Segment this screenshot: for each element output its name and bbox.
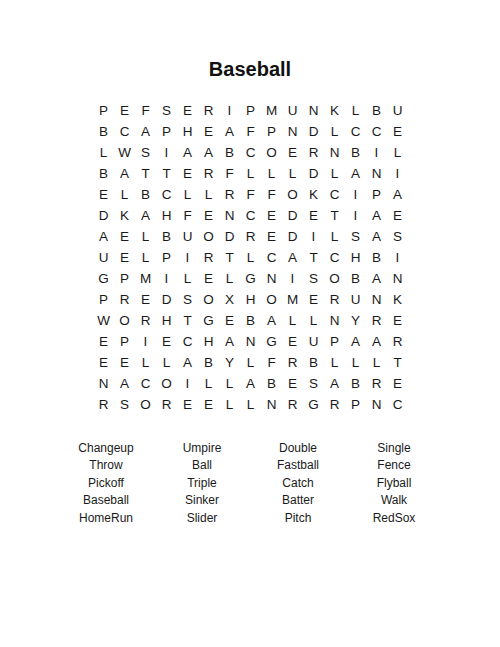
word-umpire: Umpire <box>154 439 250 457</box>
grid-cell-r2c15: E <box>387 121 408 142</box>
grid-cell-r11c10: L <box>282 310 303 331</box>
word-fence: Fence <box>346 457 442 475</box>
word-catch: Catch <box>250 474 346 492</box>
grid-cell-r8c8: L <box>240 247 261 268</box>
grid-cell-r11c5: T <box>177 310 198 331</box>
grid-cell-r12c8: N <box>240 331 261 352</box>
grid-cell-r11c6: G <box>198 310 219 331</box>
grid-cell-r8c4: P <box>156 247 177 268</box>
grid-cell-r1c8: P <box>240 100 261 121</box>
grid-cell-r4c5: E <box>177 163 198 184</box>
grid-cell-r9c13: B <box>345 268 366 289</box>
grid-cell-r10c9: O <box>261 289 282 310</box>
grid-cell-r11c1: W <box>93 310 114 331</box>
word-pickoff: Pickoff <box>58 474 154 492</box>
grid-cell-r15c14: N <box>366 394 387 415</box>
letter-grid: PEFSERIPMUNKLBUBCAPHEAFPNDLCCELWSIAABCOE… <box>93 100 408 415</box>
grid-cell-r12c4: E <box>156 331 177 352</box>
grid-cell-r12c5: C <box>177 331 198 352</box>
grid-cell-r6c13: I <box>345 205 366 226</box>
grid-cell-r1c7: I <box>219 100 240 121</box>
grid-cell-r12c6: H <box>198 331 219 352</box>
grid-cell-r14c7: L <box>219 373 240 394</box>
word-ball: Ball <box>154 457 250 475</box>
grid-cell-r8c5: I <box>177 247 198 268</box>
grid-cell-r10c15: K <box>387 289 408 310</box>
grid-cell-r10c1: P <box>93 289 114 310</box>
grid-cell-r8c9: C <box>261 247 282 268</box>
grid-cell-r13c13: L <box>345 352 366 373</box>
grid-cell-r4c6: R <box>198 163 219 184</box>
grid-cell-r12c15: R <box>387 331 408 352</box>
grid-cell-r1c4: S <box>156 100 177 121</box>
grid-cell-r6c8: C <box>240 205 261 226</box>
grid-cell-r7c14: A <box>366 226 387 247</box>
grid-cell-r11c8: B <box>240 310 261 331</box>
grid-cell-r5c4: C <box>156 184 177 205</box>
grid-cell-r7c13: S <box>345 226 366 247</box>
grid-cell-r10c12: R <box>324 289 345 310</box>
grid-cell-r7c5: U <box>177 226 198 247</box>
grid-cell-r8c11: T <box>303 247 324 268</box>
grid-cell-r9c15: N <box>387 268 408 289</box>
grid-cell-r12c1: E <box>93 331 114 352</box>
grid-cell-r11c3: R <box>135 310 156 331</box>
word-batter: Batter <box>250 492 346 510</box>
grid-cell-r8c14: B <box>366 247 387 268</box>
grid-cell-r13c7: Y <box>219 352 240 373</box>
grid-cell-r15c4: R <box>156 394 177 415</box>
grid-cell-r14c2: A <box>114 373 135 394</box>
grid-cell-r3c12: N <box>324 142 345 163</box>
grid-cell-r9c10: I <box>282 268 303 289</box>
grid-cell-r14c12: A <box>324 373 345 394</box>
grid-cell-r6c12: T <box>324 205 345 226</box>
grid-cell-r1c10: U <box>282 100 303 121</box>
grid-cell-r4c9: L <box>261 163 282 184</box>
word-baseball: Baseball <box>58 492 154 510</box>
grid-cell-r15c8: L <box>240 394 261 415</box>
grid-cell-r9c9: N <box>261 268 282 289</box>
grid-cell-r5c10: O <box>282 184 303 205</box>
word-slider: Slider <box>154 509 250 527</box>
grid-cell-r8c15: I <box>387 247 408 268</box>
grid-cell-r14c10: E <box>282 373 303 394</box>
grid-cell-r13c3: L <box>135 352 156 373</box>
grid-cell-r13c11: B <box>303 352 324 373</box>
grid-cell-r10c13: U <box>345 289 366 310</box>
grid-cell-r7c6: O <box>198 226 219 247</box>
grid-cell-r13c14: L <box>366 352 387 373</box>
grid-cell-r13c8: L <box>240 352 261 373</box>
grid-cell-r3c1: L <box>93 142 114 163</box>
grid-cell-r13c5: A <box>177 352 198 373</box>
grid-cell-r13c4: L <box>156 352 177 373</box>
grid-cell-r7c3: L <box>135 226 156 247</box>
grid-cell-r5c15: A <box>387 184 408 205</box>
grid-cell-r10c5: S <box>177 289 198 310</box>
grid-cell-r15c1: R <box>93 394 114 415</box>
grid-cell-r7c2: E <box>114 226 135 247</box>
grid-cell-r4c3: T <box>135 163 156 184</box>
grid-cell-r9c14: A <box>366 268 387 289</box>
grid-cell-r10c11: E <box>303 289 324 310</box>
grid-cell-r15c10: R <box>282 394 303 415</box>
grid-cell-r7c10: D <box>282 226 303 247</box>
grid-cell-r3c10: E <box>282 142 303 163</box>
grid-cell-r4c14: N <box>366 163 387 184</box>
grid-cell-r2c14: C <box>366 121 387 142</box>
word-changeup: Changeup <box>58 439 154 457</box>
grid-cell-r10c3: E <box>135 289 156 310</box>
grid-cell-r3c2: W <box>114 142 135 163</box>
grid-cell-r6c6: E <box>198 205 219 226</box>
grid-cell-r4c11: D <box>303 163 324 184</box>
grid-cell-r9c7: L <box>219 268 240 289</box>
grid-cell-r8c1: U <box>93 247 114 268</box>
grid-cell-r2c9: P <box>261 121 282 142</box>
grid-cell-r7c4: B <box>156 226 177 247</box>
grid-cell-r1c15: U <box>387 100 408 121</box>
grid-cell-r10c4: D <box>156 289 177 310</box>
grid-cell-r5c5: L <box>177 184 198 205</box>
grid-cell-r12c14: A <box>366 331 387 352</box>
grid-cell-r2c5: H <box>177 121 198 142</box>
grid-cell-r12c2: P <box>114 331 135 352</box>
grid-cell-r6c3: A <box>135 205 156 226</box>
grid-cell-r9c3: M <box>135 268 156 289</box>
word-pitch: Pitch <box>250 509 346 527</box>
grid-cell-r1c5: E <box>177 100 198 121</box>
grid-cell-r15c12: R <box>324 394 345 415</box>
grid-cell-r11c2: O <box>114 310 135 331</box>
grid-cell-r14c1: N <box>93 373 114 394</box>
grid-cell-r15c13: P <box>345 394 366 415</box>
grid-cell-r5c8: F <box>240 184 261 205</box>
word-double: Double <box>250 439 346 457</box>
grid-cell-r2c6: E <box>198 121 219 142</box>
grid-cell-r5c14: P <box>366 184 387 205</box>
grid-cell-r3c9: O <box>261 142 282 163</box>
grid-cell-r1c14: B <box>366 100 387 121</box>
grid-cell-r9c5: L <box>177 268 198 289</box>
grid-cell-r9c2: P <box>114 268 135 289</box>
grid-cell-r14c6: L <box>198 373 219 394</box>
grid-cell-r13c10: R <box>282 352 303 373</box>
grid-cell-r9c6: E <box>198 268 219 289</box>
grid-cell-r14c8: A <box>240 373 261 394</box>
grid-cell-r6c11: E <box>303 205 324 226</box>
grid-cell-r7c9: E <box>261 226 282 247</box>
word-fastball: Fastball <box>250 457 346 475</box>
grid-cell-r8c6: R <box>198 247 219 268</box>
grid-cell-r10c2: R <box>114 289 135 310</box>
grid-cell-r2c8: F <box>240 121 261 142</box>
grid-cell-r2c12: L <box>324 121 345 142</box>
grid-cell-r9c1: G <box>93 268 114 289</box>
grid-cell-r6c14: A <box>366 205 387 226</box>
grid-cell-r6c15: E <box>387 205 408 226</box>
grid-cell-r11c9: A <box>261 310 282 331</box>
grid-cell-r6c1: D <box>93 205 114 226</box>
grid-cell-r1c2: E <box>114 100 135 121</box>
grid-cell-r5c3: B <box>135 184 156 205</box>
grid-cell-r7c11: I <box>303 226 324 247</box>
grid-cell-r1c9: M <box>261 100 282 121</box>
grid-cell-r7c15: S <box>387 226 408 247</box>
grid-cell-r7c8: R <box>240 226 261 247</box>
word-redsox: RedSox <box>346 509 442 527</box>
grid-cell-r3c6: A <box>198 142 219 163</box>
grid-cell-r4c2: A <box>114 163 135 184</box>
word-single: Single <box>346 439 442 457</box>
grid-cell-r15c15: C <box>387 394 408 415</box>
grid-cell-r13c2: E <box>114 352 135 373</box>
grid-cell-r13c12: L <box>324 352 345 373</box>
grid-cell-r13c15: T <box>387 352 408 373</box>
grid-cell-r13c9: F <box>261 352 282 373</box>
grid-cell-r2c7: A <box>219 121 240 142</box>
grid-cell-r6c9: E <box>261 205 282 226</box>
grid-cell-r10c6: O <box>198 289 219 310</box>
grid-cell-r3c4: I <box>156 142 177 163</box>
grid-cell-r2c2: C <box>114 121 135 142</box>
grid-cell-r9c4: I <box>156 268 177 289</box>
puzzle-title: Baseball <box>0 58 500 81</box>
grid-cell-r3c5: A <box>177 142 198 163</box>
word-walk: Walk <box>346 492 442 510</box>
grid-cell-r15c6: E <box>198 394 219 415</box>
grid-cell-r2c1: B <box>93 121 114 142</box>
grid-cell-r14c3: C <box>135 373 156 394</box>
grid-cell-r4c4: T <box>156 163 177 184</box>
grid-cell-r2c11: D <box>303 121 324 142</box>
grid-cell-r5c13: I <box>345 184 366 205</box>
grid-cell-r12c3: I <box>135 331 156 352</box>
grid-cell-r14c11: S <box>303 373 324 394</box>
word-homerun: HomeRun <box>58 509 154 527</box>
grid-cell-r7c12: L <box>324 226 345 247</box>
grid-cell-r7c7: D <box>219 226 240 247</box>
grid-cell-r1c12: K <box>324 100 345 121</box>
grid-cell-r6c5: F <box>177 205 198 226</box>
grid-cell-r1c3: F <box>135 100 156 121</box>
grid-cell-r8c13: H <box>345 247 366 268</box>
grid-cell-r5c6: L <box>198 184 219 205</box>
grid-cell-r1c11: N <box>303 100 324 121</box>
grid-cell-r13c1: E <box>93 352 114 373</box>
grid-cell-r2c10: N <box>282 121 303 142</box>
grid-cell-r9c12: O <box>324 268 345 289</box>
grid-cell-r4c1: B <box>93 163 114 184</box>
grid-cell-r3c7: B <box>219 142 240 163</box>
grid-cell-r6c2: K <box>114 205 135 226</box>
grid-cell-r12c13: A <box>345 331 366 352</box>
grid-cell-r3c14: I <box>366 142 387 163</box>
grid-cell-r4c10: L <box>282 163 303 184</box>
grid-cell-r2c3: A <box>135 121 156 142</box>
grid-cell-r14c4: O <box>156 373 177 394</box>
grid-cell-r15c5: E <box>177 394 198 415</box>
grid-cell-r6c10: D <box>282 205 303 226</box>
grid-cell-r4c7: F <box>219 163 240 184</box>
grid-cell-r14c5: I <box>177 373 198 394</box>
grid-cell-r9c11: S <box>303 268 324 289</box>
grid-cell-r5c2: L <box>114 184 135 205</box>
word-triple: Triple <box>154 474 250 492</box>
grid-cell-r5c12: C <box>324 184 345 205</box>
grid-cell-r12c12: P <box>324 331 345 352</box>
word-sinker: Sinker <box>154 492 250 510</box>
word-search-page: Baseball PEFSERIPMUNKLBUBCAPHEAFPNDLCCEL… <box>0 0 500 647</box>
grid-cell-r11c14: R <box>366 310 387 331</box>
grid-cell-r8c2: E <box>114 247 135 268</box>
grid-cell-r11c15: E <box>387 310 408 331</box>
word-throw: Throw <box>58 457 154 475</box>
grid-cell-r10c10: M <box>282 289 303 310</box>
grid-cell-r12c7: A <box>219 331 240 352</box>
grid-cell-r6c4: H <box>156 205 177 226</box>
grid-cell-r4c15: I <box>387 163 408 184</box>
grid-cell-r8c7: T <box>219 247 240 268</box>
grid-cell-r4c13: A <box>345 163 366 184</box>
grid-cell-r8c10: A <box>282 247 303 268</box>
grid-cell-r3c15: L <box>387 142 408 163</box>
grid-cell-r7c1: A <box>93 226 114 247</box>
grid-cell-r14c15: E <box>387 373 408 394</box>
grid-cell-r8c3: L <box>135 247 156 268</box>
grid-cell-r4c12: L <box>324 163 345 184</box>
grid-cell-r3c11: R <box>303 142 324 163</box>
grid-cell-r3c8: C <box>240 142 261 163</box>
grid-cell-r5c9: F <box>261 184 282 205</box>
grid-cell-r8c12: C <box>324 247 345 268</box>
grid-cell-r15c7: L <box>219 394 240 415</box>
word-flyball: Flyball <box>346 474 442 492</box>
grid-cell-r10c7: X <box>219 289 240 310</box>
grid-cell-r12c10: E <box>282 331 303 352</box>
grid-cell-r2c4: P <box>156 121 177 142</box>
grid-cell-r9c8: G <box>240 268 261 289</box>
grid-cell-r3c3: S <box>135 142 156 163</box>
grid-cell-r14c9: B <box>261 373 282 394</box>
grid-cell-r11c12: N <box>324 310 345 331</box>
grid-cell-r15c9: N <box>261 394 282 415</box>
grid-cell-r4c8: L <box>240 163 261 184</box>
grid-cell-r5c7: R <box>219 184 240 205</box>
grid-cell-r1c13: L <box>345 100 366 121</box>
grid-cell-r11c13: Y <box>345 310 366 331</box>
grid-cell-r12c11: U <box>303 331 324 352</box>
grid-cell-r15c3: O <box>135 394 156 415</box>
grid-cell-r15c11: G <box>303 394 324 415</box>
grid-cell-r1c6: R <box>198 100 219 121</box>
grid-cell-r13c6: B <box>198 352 219 373</box>
grid-cell-r5c1: E <box>93 184 114 205</box>
grid-cell-r6c7: N <box>219 205 240 226</box>
grid-cell-r11c4: H <box>156 310 177 331</box>
grid-cell-r2c13: C <box>345 121 366 142</box>
grid-cell-r14c13: B <box>345 373 366 394</box>
grid-cell-r11c11: L <box>303 310 324 331</box>
grid-cell-r10c8: H <box>240 289 261 310</box>
grid-cell-r5c11: K <box>303 184 324 205</box>
grid-cell-r1c1: P <box>93 100 114 121</box>
word-list: ChangeupUmpireDoubleSingleThrowBallFastb… <box>58 439 442 527</box>
grid-cell-r14c14: R <box>366 373 387 394</box>
grid-cell-r3c13: B <box>345 142 366 163</box>
grid-cell-r11c7: E <box>219 310 240 331</box>
grid-cell-r15c2: S <box>114 394 135 415</box>
grid-cell-r10c14: N <box>366 289 387 310</box>
grid-cell-r12c9: G <box>261 331 282 352</box>
